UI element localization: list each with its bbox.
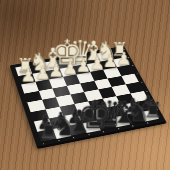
product-photo-chess-set: ♜♞♝♚♛♝♞♜♟♟♟♟♟♟♟♟♟♟♟♟♟♟♟♟♜♞♝♚♛♝♞♜: [0, 0, 170, 170]
square-h8: ♜: [37, 129, 56, 142]
piece-white-pawn: ♟: [116, 50, 131, 67]
piece-white-pawn: ♟: [48, 62, 64, 80]
piece-white-pawn: ♟: [62, 60, 78, 78]
chess-board-3d: ♜♞♝♚♛♝♞♜♟♟♟♟♟♟♟♟♟♟♟♟♟♟♟♟♜♞♝♚♛♝♞♜: [10, 46, 166, 147]
piece-white-pawn: ♟: [89, 55, 105, 72]
board-frame: ♜♞♝♚♛♝♞♜♟♟♟♟♟♟♟♟♟♟♟♟♟♟♟♟♜♞♝♚♛♝♞♜: [10, 46, 166, 147]
piece-black-rook: ♜: [39, 120, 59, 143]
square-h2: ♟: [18, 73, 35, 84]
piece-white-pawn: ♟: [35, 64, 51, 82]
piece-white-pawn: ♟: [21, 67, 37, 85]
